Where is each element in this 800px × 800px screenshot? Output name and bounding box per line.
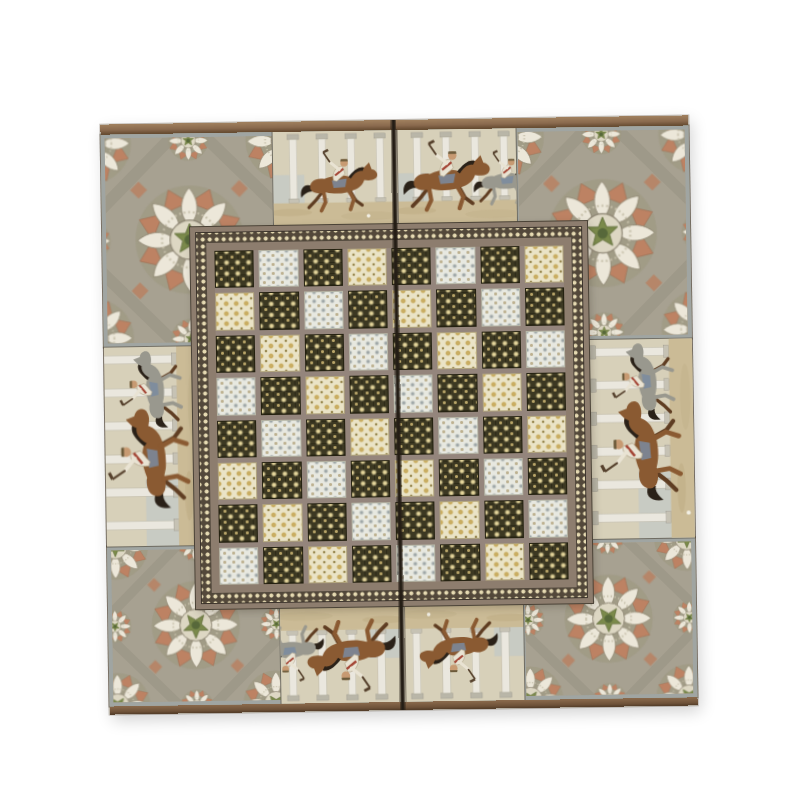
square-c8 [303, 249, 343, 287]
square-c1 [308, 545, 348, 583]
square-g5 [482, 373, 522, 411]
bead-border [195, 226, 588, 604]
chessboard-frame [190, 221, 593, 609]
square-a8 [214, 250, 254, 288]
square-d8 [347, 248, 387, 286]
folding-chess-board [100, 115, 697, 714]
square-d2 [351, 502, 391, 540]
square-f4 [438, 416, 478, 454]
square-a2 [218, 504, 258, 542]
square-a6 [216, 335, 256, 373]
square-d5 [349, 375, 389, 413]
square-f5 [438, 374, 478, 412]
square-f7 [436, 289, 476, 327]
square-h3 [527, 457, 567, 495]
square-h1 [529, 542, 569, 580]
polo-scene-left [104, 346, 195, 546]
polo-horseman-icon [273, 130, 394, 226]
square-d7 [348, 291, 388, 329]
square-g7 [481, 288, 521, 326]
square-f8 [436, 247, 476, 285]
square-d4 [350, 418, 390, 456]
polo-scene-bottom-left [280, 606, 401, 704]
square-a4 [217, 420, 257, 458]
square-h7 [525, 288, 565, 326]
square-f6 [437, 332, 477, 370]
square-h4 [527, 415, 567, 453]
chess-grid [214, 245, 568, 584]
square-g8 [480, 246, 520, 284]
square-a3 [218, 462, 258, 500]
square-a7 [215, 293, 255, 331]
square-b6 [260, 334, 300, 372]
square-c5 [305, 376, 345, 414]
square-c3 [306, 461, 346, 499]
square-b5 [261, 377, 301, 415]
polo-horsemen-icon [104, 346, 195, 546]
square-b1 [263, 546, 303, 584]
chessboard-inner-frame [205, 236, 577, 594]
square-b4 [261, 419, 301, 457]
square-b7 [259, 292, 299, 330]
square-c7 [304, 291, 344, 329]
square-d6 [348, 333, 388, 371]
square-g1 [485, 543, 525, 581]
polo-horsemen-icon [280, 606, 401, 704]
square-g3 [483, 458, 523, 496]
polo-horsemen-icon [589, 338, 695, 539]
square-f1 [440, 543, 480, 581]
square-h2 [528, 500, 568, 538]
polo-scene-top-right [398, 128, 517, 224]
square-h8 [524, 245, 564, 283]
polo-scene-top-left [273, 130, 394, 226]
product-photo [0, 0, 800, 800]
square-h6 [525, 330, 565, 368]
square-f2 [440, 501, 480, 539]
square-a1 [219, 547, 259, 585]
square-g4 [483, 416, 523, 454]
polo-horseman-icon [405, 604, 524, 702]
square-d1 [352, 545, 392, 583]
square-c2 [307, 503, 347, 541]
square-c4 [306, 418, 346, 456]
square-f3 [439, 459, 479, 497]
polo-scene-bottom-right [405, 604, 524, 702]
square-g6 [481, 331, 521, 369]
square-b8 [259, 250, 299, 288]
square-c6 [304, 334, 344, 372]
square-g2 [484, 500, 524, 538]
polo-horsemen-icon [398, 128, 517, 224]
square-b2 [263, 504, 303, 542]
square-d3 [350, 460, 390, 498]
square-a5 [216, 377, 256, 415]
polo-scene-right [589, 338, 695, 539]
square-b3 [262, 461, 302, 499]
square-h5 [526, 373, 566, 411]
